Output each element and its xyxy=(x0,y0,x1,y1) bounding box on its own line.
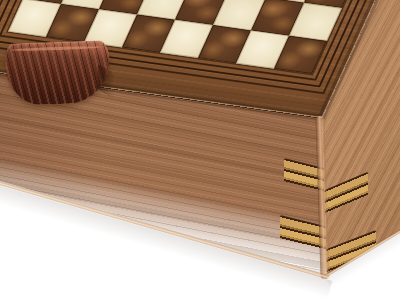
chess-box-photo xyxy=(0,0,400,300)
corner-spline-upper-right xyxy=(324,172,368,215)
box-handle xyxy=(5,40,111,106)
handle-top-highlight xyxy=(11,45,101,51)
handle-rosewood-body xyxy=(5,40,111,106)
